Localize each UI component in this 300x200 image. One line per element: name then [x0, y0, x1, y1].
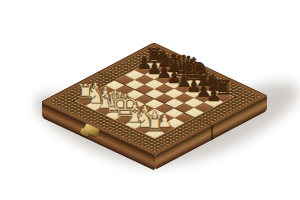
- chess-set-photo: ♜♞♝♛♚♝♞♜♟♟♟♟♟♟♟♟♟♟♟♟♟♟♟♟♜♞♝♛♚♝♞♜: [0, 0, 300, 200]
